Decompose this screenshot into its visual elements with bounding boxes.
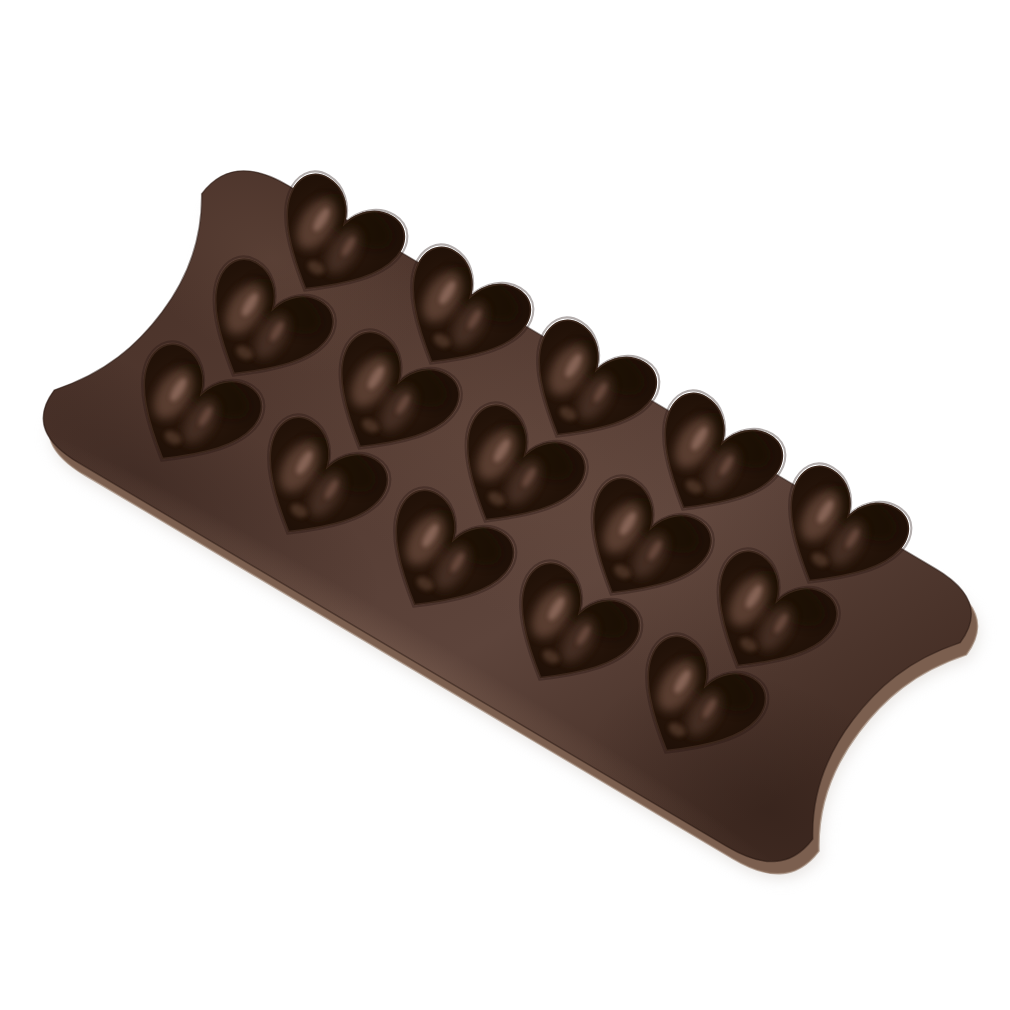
product-image [0, 0, 1010, 1010]
photo-canvas [0, 0, 1010, 1010]
